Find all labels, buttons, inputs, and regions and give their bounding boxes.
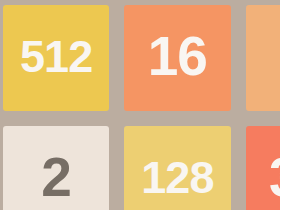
tile-value: 32 — [269, 150, 280, 205]
tile-value: 16 — [148, 29, 207, 84]
tile-value: 512 — [20, 34, 92, 79]
tile-32: 32 — [246, 126, 281, 210]
tile-8: 8 — [246, 5, 281, 111]
tile-2: 2 — [3, 126, 109, 210]
tile-16: 16 — [124, 5, 230, 111]
tile-value: 128 — [141, 155, 213, 200]
board-2048[interactable]: 512168212832 — [0, 0, 280, 210]
tile-512: 512 — [3, 5, 109, 111]
tile-value: 2 — [41, 150, 71, 205]
tile-128: 128 — [124, 126, 230, 210]
